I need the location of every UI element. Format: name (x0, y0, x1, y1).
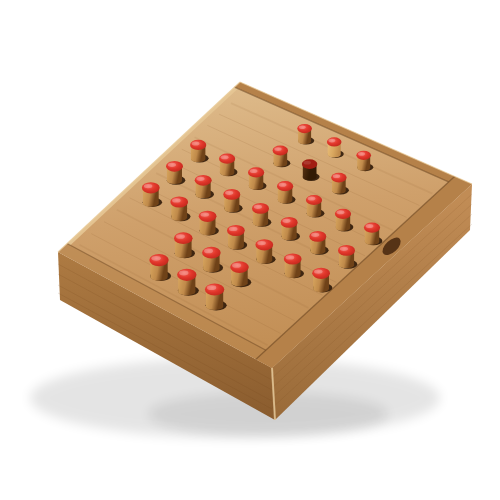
peg-top-highlight (333, 174, 340, 178)
peg-top-highlight (257, 241, 266, 245)
peg-top-highlight (204, 249, 213, 254)
peg-top-highlight (221, 155, 229, 159)
peg-top-red (202, 247, 221, 259)
peg-top-highlight (207, 285, 216, 290)
peg-top-highlight (311, 233, 319, 237)
peg-top-highlight (172, 198, 181, 202)
peg-top-highlight (358, 152, 365, 156)
peg-top-highlight (192, 141, 200, 145)
peg-top-highlight (328, 139, 335, 143)
peg-top-highlight (254, 205, 262, 209)
peg-top-highlight (232, 263, 241, 268)
peg-top-highlight (340, 247, 348, 251)
peg-top-highlight (176, 234, 185, 239)
peg-solitaire-board-photo (0, 0, 500, 500)
peg-top-highlight (274, 147, 281, 151)
peg-top-highlight (308, 197, 316, 201)
peg-top-highlight (144, 184, 153, 188)
peg-top-highlight (366, 224, 374, 228)
peg-top-highlight (282, 219, 290, 223)
peg-top-highlight (151, 256, 160, 261)
peg-top-highlight (201, 212, 210, 216)
peg-top-red (312, 268, 330, 279)
peg-top-highlight (250, 169, 258, 173)
peg-top-highlight (229, 227, 238, 231)
peg-top-highlight (314, 269, 323, 273)
peg-top-highlight (299, 126, 306, 130)
peg-top-highlight (196, 177, 204, 181)
peg-top-red (281, 217, 298, 228)
peg-top-red (199, 211, 217, 222)
product-photo (0, 0, 500, 500)
peg-top-highlight (225, 191, 233, 195)
peg-top-highlight (337, 210, 345, 214)
peg-top-highlight (168, 163, 176, 167)
peg-top-highlight (279, 183, 287, 187)
peg-top-red (190, 140, 206, 150)
peg-top-red (356, 151, 371, 160)
peg-top-highlight (179, 271, 188, 276)
peg-top-highlight (304, 161, 311, 165)
peg-top-highlight (286, 255, 295, 259)
